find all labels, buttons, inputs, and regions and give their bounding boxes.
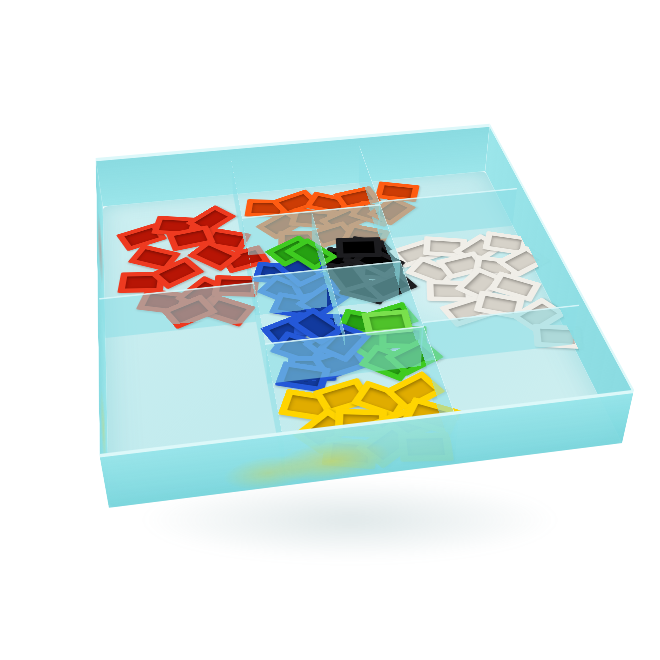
photo-white-backdrop: { "game": "board-game piece storage (pla… bbox=[0, 0, 660, 660]
piece-black bbox=[336, 237, 382, 257]
photo-scene bbox=[0, 0, 660, 660]
organizer-tray bbox=[103, 171, 622, 508]
